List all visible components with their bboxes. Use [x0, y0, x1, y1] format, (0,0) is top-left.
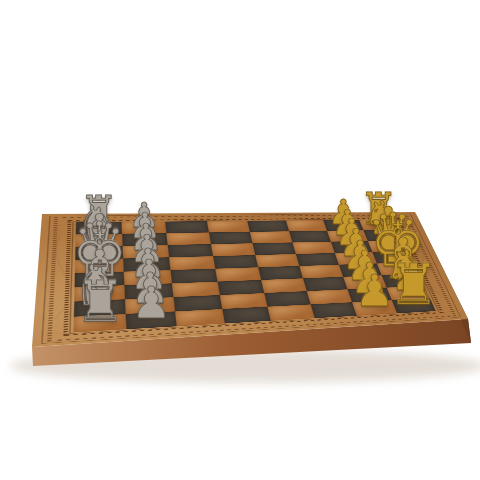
square-a2	[121, 222, 166, 234]
square-a5	[247, 220, 289, 231]
square-h7	[352, 300, 397, 315]
square-h1	[74, 314, 127, 332]
square-h3	[175, 309, 225, 326]
square-h8	[392, 298, 436, 313]
square-b2	[122, 233, 168, 246]
square-h2	[126, 311, 177, 329]
square-b1	[75, 234, 122, 247]
square-a7	[323, 220, 363, 231]
square-b5	[250, 231, 293, 243]
square-h6	[311, 302, 357, 318]
square-h5	[267, 304, 314, 320]
square-b8	[363, 230, 403, 241]
square-a6	[286, 220, 327, 231]
square-c1	[75, 246, 123, 260]
square-a8	[359, 219, 398, 230]
square-a4	[207, 221, 250, 233]
square-h4	[222, 307, 270, 324]
square-b7	[327, 230, 368, 241]
square-b3	[166, 232, 211, 245]
square-a3	[165, 221, 209, 233]
square-a1	[76, 222, 122, 234]
square-c2	[123, 245, 169, 259]
square-b6	[289, 231, 331, 243]
product-photo: ♜♞♝♛♚♝♞♜♟♟♟♟♟♟♟♟♟♟♟♟♟♟♟♟♜♞♝♛♚♝♞♜	[0, 0, 480, 480]
square-b4	[209, 232, 253, 244]
